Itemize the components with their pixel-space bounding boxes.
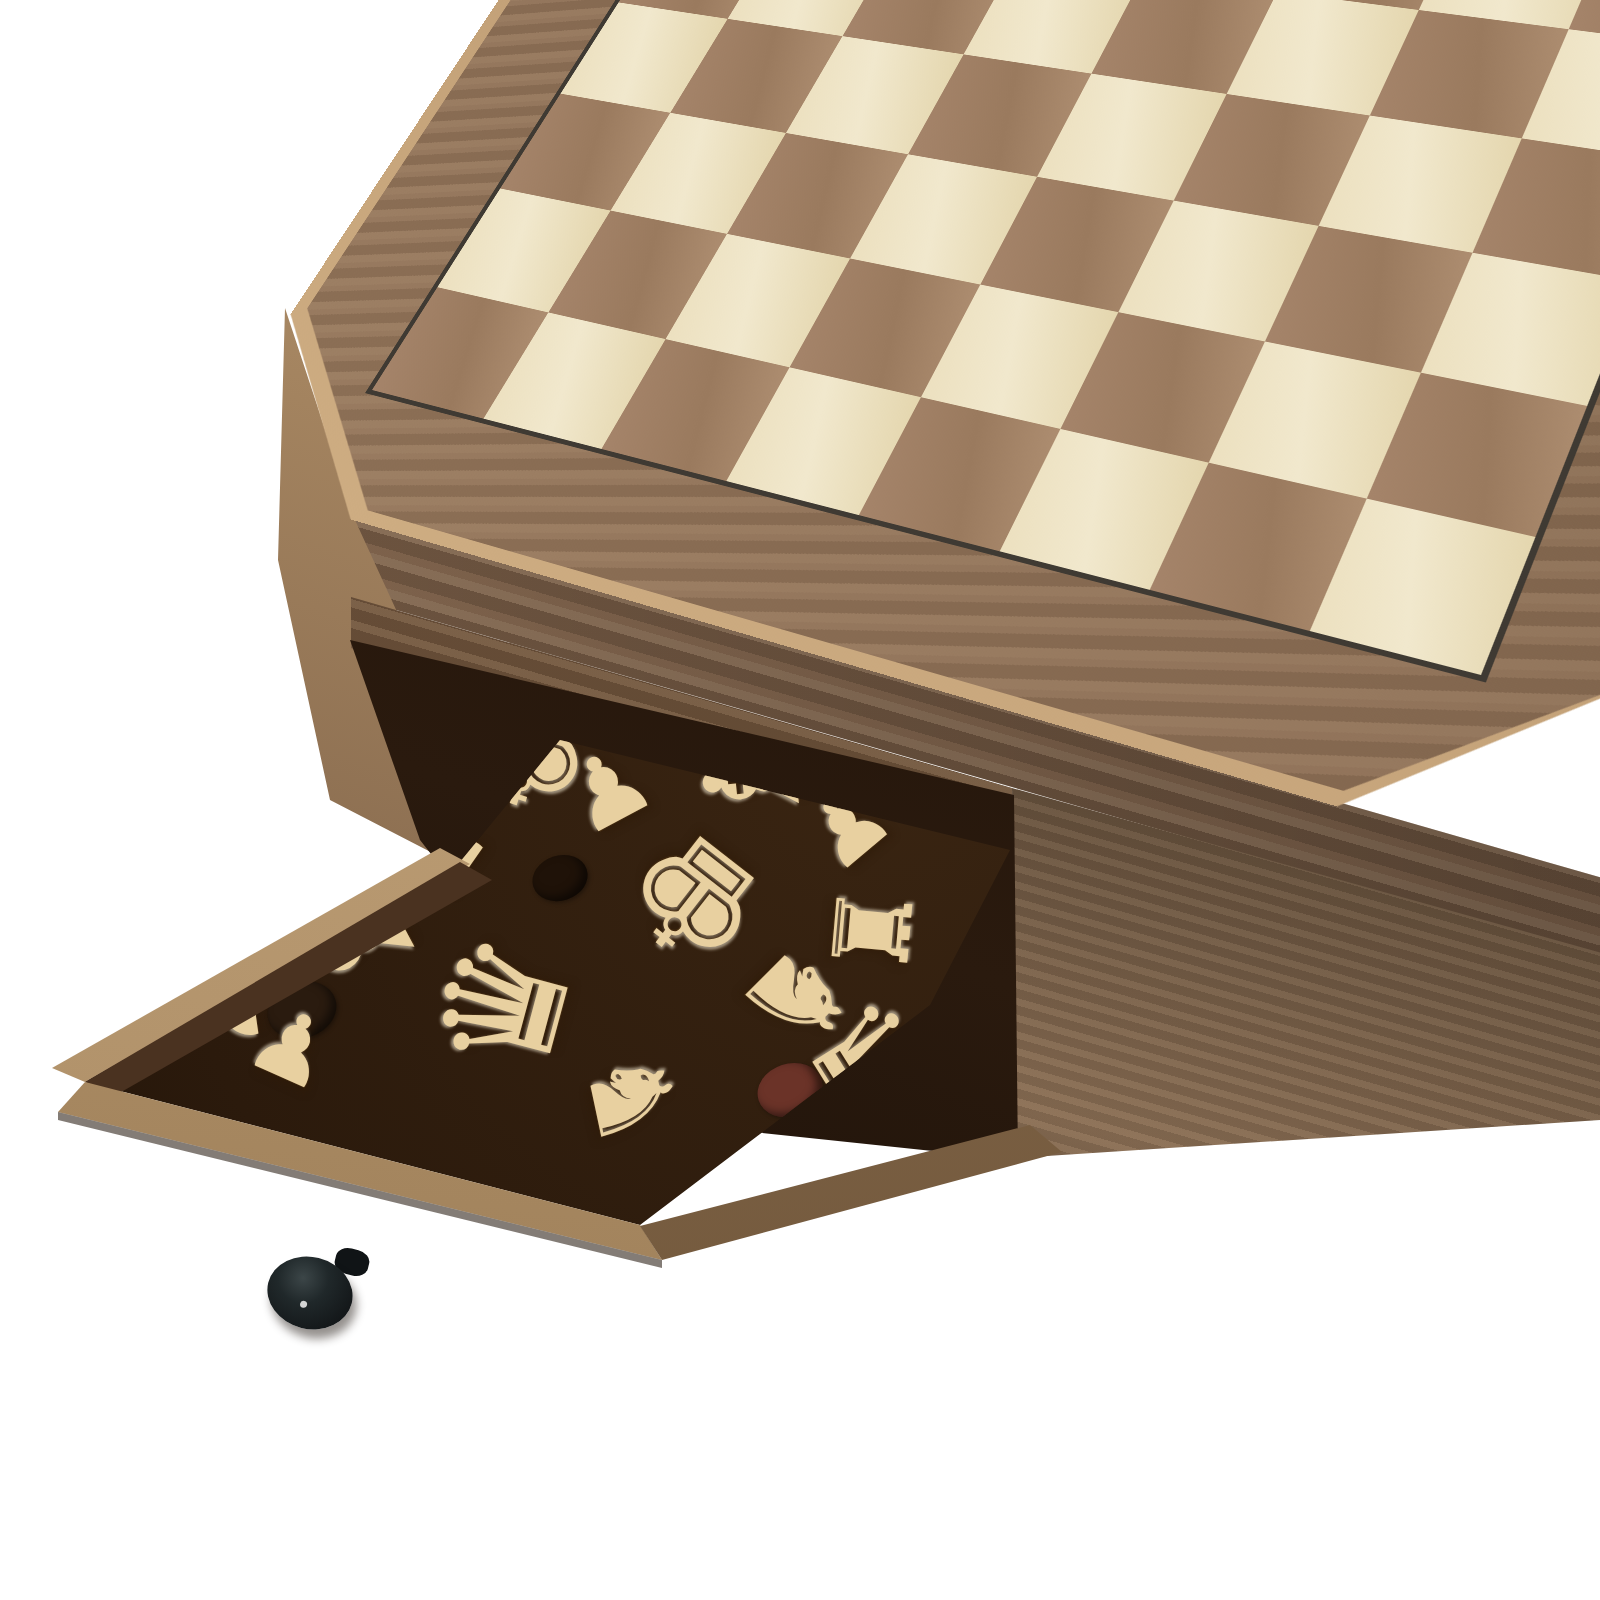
product-photo-chess-box: ♝♛♚♟♞♜♟♝♛♟♚♞♟♜♟ bbox=[0, 0, 1600, 1600]
chess-piece-knight: ♞ bbox=[568, 1038, 696, 1157]
piece-felt-base bbox=[526, 848, 593, 908]
knob-highlight bbox=[300, 1300, 308, 1308]
chess-piece-rook: ♜ bbox=[814, 879, 926, 981]
